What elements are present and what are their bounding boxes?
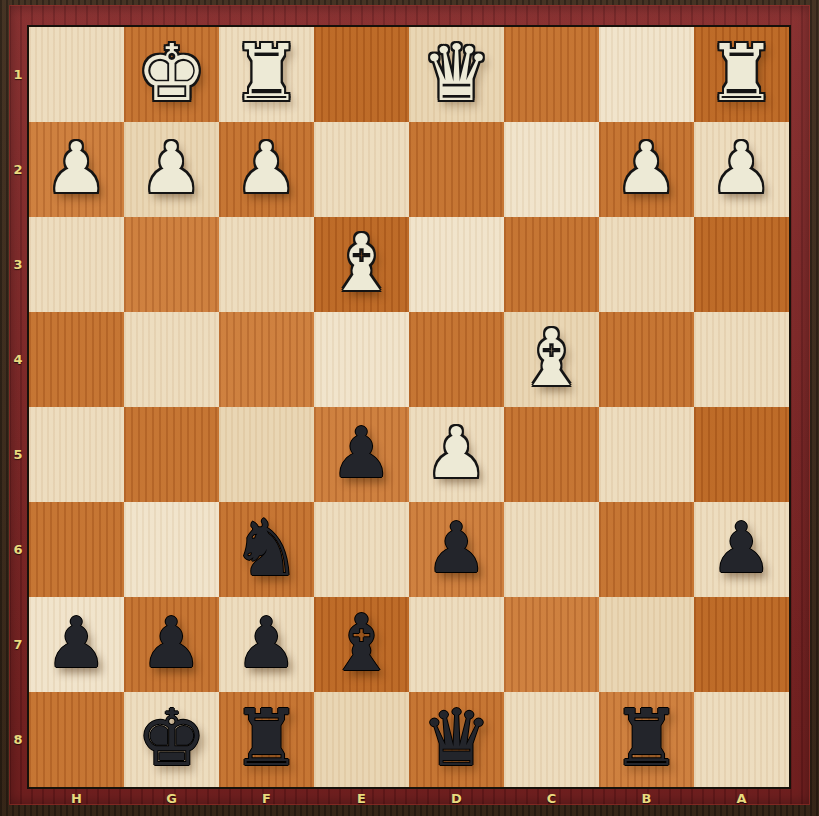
square-b4[interactable] (599, 312, 694, 407)
square-f1[interactable]: ♜ (219, 27, 314, 122)
square-e4[interactable] (314, 312, 409, 407)
square-f4[interactable] (219, 312, 314, 407)
piece-wP-a2: ♟ (710, 133, 773, 203)
square-e3[interactable]: ♝ (314, 217, 409, 312)
square-e8[interactable] (314, 692, 409, 787)
piece-bR-b8: ♜ (612, 699, 682, 777)
chessboard: 12345678 ♚♜♛♜♟♟♟♟♟♝♝♟♟♞♟♟♟♟♟♝♚♜♛♜ HGFEDC… (0, 0, 819, 816)
square-a1[interactable]: ♜ (694, 27, 789, 122)
square-c2[interactable] (504, 122, 599, 217)
square-g6[interactable] (124, 502, 219, 597)
piece-bN-f6: ♞ (232, 509, 302, 587)
square-f7[interactable]: ♟ (219, 597, 314, 692)
square-h1[interactable] (29, 27, 124, 122)
square-h5[interactable] (29, 407, 124, 502)
square-a4[interactable] (694, 312, 789, 407)
square-b5[interactable] (599, 407, 694, 502)
piece-wP-f2: ♟ (235, 133, 298, 203)
square-a2[interactable]: ♟ (694, 122, 789, 217)
piece-bP-e5: ♟ (330, 418, 393, 488)
square-g2[interactable]: ♟ (124, 122, 219, 217)
square-c7[interactable] (504, 597, 599, 692)
square-a7[interactable] (694, 597, 789, 692)
square-h3[interactable] (29, 217, 124, 312)
square-g1[interactable]: ♚ (124, 27, 219, 122)
square-f5[interactable] (219, 407, 314, 502)
piece-wK-g1: ♚ (137, 34, 207, 112)
piece-bB-e7: ♝ (327, 604, 397, 682)
piece-bP-g7: ♟ (140, 608, 203, 678)
piece-bK-g8: ♚ (137, 699, 207, 777)
piece-wQ-d1: ♛ (422, 34, 492, 112)
square-e5[interactable]: ♟ (314, 407, 409, 502)
piece-wB-e3: ♝ (327, 224, 397, 302)
square-g7[interactable]: ♟ (124, 597, 219, 692)
square-h7[interactable]: ♟ (29, 597, 124, 692)
file-label-c: C (504, 789, 599, 807)
file-label-d: D (409, 789, 504, 807)
square-f2[interactable]: ♟ (219, 122, 314, 217)
file-labels: HGFEDCBA (29, 789, 789, 807)
square-g4[interactable] (124, 312, 219, 407)
file-label-e: E (314, 789, 409, 807)
square-b7[interactable] (599, 597, 694, 692)
square-c8[interactable] (504, 692, 599, 787)
piece-wP-g2: ♟ (140, 133, 203, 203)
square-g3[interactable] (124, 217, 219, 312)
square-h8[interactable] (29, 692, 124, 787)
rank-label-5: 5 (9, 407, 27, 502)
board-grid: ♚♜♛♜♟♟♟♟♟♝♝♟♟♞♟♟♟♟♟♝♚♜♛♜ (27, 25, 791, 789)
square-h6[interactable] (29, 502, 124, 597)
square-c6[interactable] (504, 502, 599, 597)
square-d2[interactable] (409, 122, 504, 217)
square-d7[interactable] (409, 597, 504, 692)
file-label-a: A (694, 789, 789, 807)
square-d5[interactable]: ♟ (409, 407, 504, 502)
piece-bP-f7: ♟ (235, 608, 298, 678)
file-label-g: G (124, 789, 219, 807)
rank-label-3: 3 (9, 217, 27, 312)
square-c3[interactable] (504, 217, 599, 312)
piece-wP-d5: ♟ (425, 418, 488, 488)
square-d6[interactable]: ♟ (409, 502, 504, 597)
piece-wP-h2: ♟ (45, 133, 108, 203)
square-c4[interactable]: ♝ (504, 312, 599, 407)
square-h2[interactable]: ♟ (29, 122, 124, 217)
square-a3[interactable] (694, 217, 789, 312)
square-e1[interactable] (314, 27, 409, 122)
square-b8[interactable]: ♜ (599, 692, 694, 787)
square-f3[interactable] (219, 217, 314, 312)
rank-label-8: 8 (9, 692, 27, 787)
square-d1[interactable]: ♛ (409, 27, 504, 122)
square-b6[interactable] (599, 502, 694, 597)
rank-labels: 12345678 (9, 27, 27, 787)
square-g5[interactable] (124, 407, 219, 502)
piece-bP-h7: ♟ (45, 608, 108, 678)
square-e2[interactable] (314, 122, 409, 217)
square-c5[interactable] (504, 407, 599, 502)
square-f6[interactable]: ♞ (219, 502, 314, 597)
piece-wP-b2: ♟ (615, 133, 678, 203)
piece-bP-a6: ♟ (710, 513, 773, 583)
square-a5[interactable] (694, 407, 789, 502)
square-h4[interactable] (29, 312, 124, 407)
square-c1[interactable] (504, 27, 599, 122)
piece-bP-d6: ♟ (425, 513, 488, 583)
square-g8[interactable]: ♚ (124, 692, 219, 787)
square-e6[interactable] (314, 502, 409, 597)
square-a6[interactable]: ♟ (694, 502, 789, 597)
square-e7[interactable]: ♝ (314, 597, 409, 692)
square-d4[interactable] (409, 312, 504, 407)
rank-label-4: 4 (9, 312, 27, 407)
square-b3[interactable] (599, 217, 694, 312)
rank-label-2: 2 (9, 122, 27, 217)
piece-bQ-d8: ♛ (422, 699, 492, 777)
piece-wR-f1: ♜ (232, 34, 302, 112)
square-b2[interactable]: ♟ (599, 122, 694, 217)
square-b1[interactable] (599, 27, 694, 122)
piece-bR-f8: ♜ (232, 699, 302, 777)
rank-label-7: 7 (9, 597, 27, 692)
piece-wR-a1: ♜ (707, 34, 777, 112)
piece-wB-c4: ♝ (517, 319, 587, 397)
square-d8[interactable]: ♛ (409, 692, 504, 787)
rank-label-6: 6 (9, 502, 27, 597)
square-d3[interactable] (409, 217, 504, 312)
square-f8[interactable]: ♜ (219, 692, 314, 787)
rank-label-1: 1 (9, 27, 27, 122)
square-a8[interactable] (694, 692, 789, 787)
file-label-b: B (599, 789, 694, 807)
file-label-f: F (219, 789, 314, 807)
file-label-h: H (29, 789, 124, 807)
